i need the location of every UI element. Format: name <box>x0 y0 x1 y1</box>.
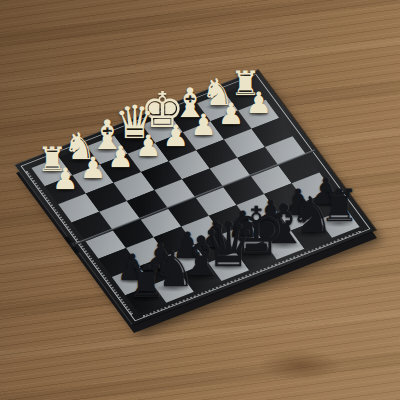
piece-white-pawn[interactable]: ♟ <box>107 143 133 173</box>
piece-white-pawn[interactable]: ♟ <box>80 154 106 184</box>
piece-white-pawn[interactable]: ♟ <box>163 121 189 151</box>
piece-white-pawn[interactable]: ♟ <box>245 89 271 119</box>
piece-white-pawn[interactable]: ♟ <box>135 132 161 162</box>
piece-white-pawn[interactable]: ♟ <box>52 164 78 194</box>
pieces-layer: ♜♞♟♝♟♚♟♛♟♝♟♞♟♜♟♟♟♟♜♟♞♟♝♟♚♟♛♟♝♟♞♜ <box>0 0 400 400</box>
piece-white-pawn[interactable]: ♟ <box>218 100 244 130</box>
piece-black-rook[interactable]: ♜ <box>126 260 166 305</box>
piece-white-pawn[interactable]: ♟ <box>190 110 216 140</box>
scene: ♜♞♟♝♟♚♟♛♟♝♟♞♟♜♟♟♟♟♜♟♞♟♝♟♚♟♛♟♝♟♞♜ <box>0 0 400 400</box>
